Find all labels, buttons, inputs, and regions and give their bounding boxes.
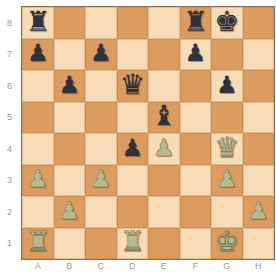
square-g6[interactable]: ♟	[211, 70, 243, 102]
square-b7[interactable]	[54, 39, 86, 71]
square-h4[interactable]	[243, 133, 275, 165]
square-a4[interactable]	[22, 133, 54, 165]
square-d2[interactable]	[117, 196, 149, 228]
black-pawn[interactable]: ♟	[121, 136, 143, 160]
file-label-d: D	[117, 259, 149, 272]
square-b6[interactable]: ♟	[54, 70, 86, 102]
square-h2[interactable]: ♟	[243, 196, 275, 228]
square-d1[interactable]: ♜	[117, 228, 149, 260]
square-e7[interactable]	[148, 39, 180, 71]
black-queen[interactable]: ♛	[120, 71, 145, 99]
square-c4[interactable]	[85, 133, 117, 165]
white-pawn[interactable]: ♟	[58, 199, 80, 223]
file-label-h: H	[243, 259, 275, 272]
white-pawn[interactable]: ♟	[90, 167, 112, 191]
square-g5[interactable]	[211, 102, 243, 134]
square-a2[interactable]	[22, 196, 54, 228]
square-a5[interactable]	[22, 102, 54, 134]
square-f3[interactable]	[180, 165, 212, 197]
square-b8[interactable]	[54, 7, 86, 39]
square-c3[interactable]: ♟	[85, 165, 117, 197]
rank-label-8: 8	[0, 7, 19, 39]
white-pawn[interactable]: ♟	[216, 167, 238, 191]
square-e8[interactable]	[148, 7, 180, 39]
square-d4[interactable]: ♟	[117, 133, 149, 165]
square-f6[interactable]	[180, 70, 212, 102]
square-c7[interactable]: ♟	[85, 39, 117, 71]
square-e6[interactable]	[148, 70, 180, 102]
rank-label-5: 5	[0, 102, 19, 134]
rank-label-6: 6	[0, 70, 19, 102]
black-pawn[interactable]: ♟	[216, 73, 238, 97]
square-c2[interactable]	[85, 196, 117, 228]
square-c5[interactable]	[85, 102, 117, 134]
black-pawn[interactable]: ♟	[58, 73, 80, 97]
white-pawn[interactable]: ♟	[153, 136, 175, 160]
file-label-b: B	[54, 259, 86, 272]
square-b3[interactable]	[54, 165, 86, 197]
square-c8[interactable]	[85, 7, 117, 39]
file-label-g: G	[211, 259, 243, 272]
square-a3[interactable]: ♟	[22, 165, 54, 197]
square-h8[interactable]	[243, 7, 275, 39]
square-c1[interactable]	[85, 228, 117, 260]
square-h5[interactable]	[243, 102, 275, 134]
square-b5[interactable]	[54, 102, 86, 134]
square-b1[interactable]	[54, 228, 86, 260]
square-d5[interactable]	[117, 102, 149, 134]
square-h3[interactable]	[243, 165, 275, 197]
square-d7[interactable]	[117, 39, 149, 71]
square-e1[interactable]	[148, 228, 180, 260]
square-g2[interactable]	[211, 196, 243, 228]
square-c6[interactable]	[85, 70, 117, 102]
square-d3[interactable]	[117, 165, 149, 197]
square-b2[interactable]: ♟	[54, 196, 86, 228]
white-king[interactable]: ♚	[214, 228, 239, 256]
square-e2[interactable]	[148, 196, 180, 228]
chess-diagram: 87654321 ♜♜♚♟♟♟♟♛♟♝♟♟♛♟♟♟♟♟♜♜♚ ABCDEFGH	[0, 0, 276, 272]
black-king[interactable]: ♚	[214, 8, 239, 36]
rank-labels: 87654321	[0, 7, 19, 259]
black-pawn[interactable]: ♟	[27, 41, 49, 65]
white-rook[interactable]: ♜	[25, 228, 50, 256]
white-queen[interactable]: ♛	[214, 134, 239, 162]
square-d6[interactable]: ♛	[117, 70, 149, 102]
square-h1[interactable]	[243, 228, 275, 260]
black-rook[interactable]: ♜	[183, 8, 208, 36]
square-f5[interactable]	[180, 102, 212, 134]
square-d8[interactable]	[117, 7, 149, 39]
black-pawn[interactable]: ♟	[90, 41, 112, 65]
rank-label-3: 3	[0, 165, 19, 197]
square-g7[interactable]	[211, 39, 243, 71]
white-pawn[interactable]: ♟	[27, 167, 49, 191]
square-h7[interactable]	[243, 39, 275, 71]
file-label-f: F	[180, 259, 212, 272]
file-labels: ABCDEFGH	[22, 259, 274, 272]
square-g8[interactable]: ♚	[211, 7, 243, 39]
file-label-e: E	[148, 259, 180, 272]
black-pawn[interactable]: ♟	[184, 41, 206, 65]
file-label-a: A	[22, 259, 54, 272]
square-g3[interactable]: ♟	[211, 165, 243, 197]
square-g1[interactable]: ♚	[211, 228, 243, 260]
rank-label-2: 2	[0, 196, 19, 228]
square-a8[interactable]: ♜	[22, 7, 54, 39]
rank-label-1: 1	[0, 228, 19, 260]
square-e3[interactable]	[148, 165, 180, 197]
black-bishop[interactable]: ♝	[151, 102, 176, 130]
square-a1[interactable]: ♜	[22, 228, 54, 260]
rank-label-7: 7	[0, 39, 19, 71]
white-pawn[interactable]: ♟	[247, 199, 269, 223]
square-f2[interactable]	[180, 196, 212, 228]
file-label-c: C	[85, 259, 117, 272]
black-rook[interactable]: ♜	[25, 8, 50, 36]
chess-board: ♜♜♚♟♟♟♟♛♟♝♟♟♛♟♟♟♟♟♜♜♚	[21, 6, 275, 260]
square-e4[interactable]: ♟	[148, 133, 180, 165]
square-e5[interactable]: ♝	[148, 102, 180, 134]
square-f4[interactable]	[180, 133, 212, 165]
square-f7[interactable]: ♟	[180, 39, 212, 71]
rank-label-4: 4	[0, 133, 19, 165]
square-a7[interactable]: ♟	[22, 39, 54, 71]
square-a6[interactable]	[22, 70, 54, 102]
square-b4[interactable]	[54, 133, 86, 165]
square-g4[interactable]: ♛	[211, 133, 243, 165]
square-f1[interactable]	[180, 228, 212, 260]
white-rook[interactable]: ♜	[120, 228, 145, 256]
square-h6[interactable]	[243, 70, 275, 102]
square-f8[interactable]: ♜	[180, 7, 212, 39]
